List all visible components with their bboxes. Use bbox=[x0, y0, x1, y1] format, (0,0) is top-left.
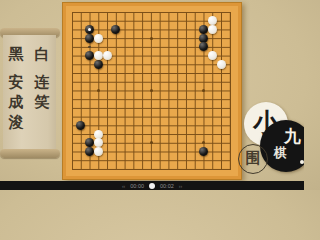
white-stone bbox=[208, 25, 217, 34]
channel-logo: 小 九 棋 围 bbox=[238, 98, 304, 182]
star-point bbox=[97, 89, 100, 92]
white-stone bbox=[94, 138, 103, 147]
logo-ring-circle: 围 bbox=[238, 144, 268, 174]
forward-icon[interactable]: ›› bbox=[179, 183, 182, 189]
white-stone bbox=[94, 51, 103, 60]
logo-dot bbox=[300, 160, 304, 164]
black-stone bbox=[85, 147, 94, 156]
marker-dot bbox=[88, 46, 91, 49]
black-label: 黑 bbox=[7, 44, 25, 64]
white-stone bbox=[217, 60, 226, 69]
white-player-name: 连笑 bbox=[33, 72, 51, 112]
playhead-knob[interactable] bbox=[149, 183, 155, 189]
black-stone bbox=[199, 25, 208, 34]
white-label: 白 bbox=[33, 44, 51, 64]
black-stone bbox=[199, 34, 208, 43]
star-point bbox=[150, 89, 153, 92]
black-stone bbox=[111, 25, 120, 34]
white-stone bbox=[94, 130, 103, 139]
star-point bbox=[202, 89, 205, 92]
black-stone bbox=[199, 147, 208, 156]
star-point bbox=[150, 141, 153, 144]
black-stone bbox=[85, 51, 94, 60]
white-stone bbox=[94, 147, 103, 156]
logo-char-wei: 围 bbox=[246, 150, 261, 166]
black-stone bbox=[76, 121, 85, 130]
star-point bbox=[150, 37, 153, 40]
black-stone bbox=[85, 34, 94, 43]
scroll-bottom-roller bbox=[0, 149, 60, 158]
black-player-column: 黑 安成浚 bbox=[7, 44, 25, 132]
black-stone bbox=[199, 42, 208, 51]
board-grid bbox=[72, 12, 231, 170]
video-progress-bar[interactable]: ‹‹ 00:00 00:02 ›› bbox=[0, 181, 304, 190]
white-stone bbox=[103, 51, 112, 60]
time-current: 00:00 bbox=[130, 183, 144, 189]
black-stone bbox=[94, 60, 103, 69]
black-stone bbox=[85, 138, 94, 147]
white-stone bbox=[208, 16, 217, 25]
go-board[interactable] bbox=[62, 2, 242, 180]
white-stone bbox=[208, 51, 217, 60]
rewind-icon[interactable]: ‹‹ bbox=[122, 183, 125, 189]
black-stone-last-move bbox=[85, 25, 94, 34]
white-player-column: 白 连笑 bbox=[33, 44, 51, 112]
logo-char-qi: 棋 bbox=[274, 144, 287, 162]
black-player-name: 安成浚 bbox=[7, 72, 25, 132]
star-point bbox=[202, 141, 205, 144]
player-name-scroll: 黑 安成浚 白 连笑 bbox=[0, 28, 60, 160]
time-total: 00:02 bbox=[160, 183, 174, 189]
white-stone bbox=[94, 34, 103, 43]
